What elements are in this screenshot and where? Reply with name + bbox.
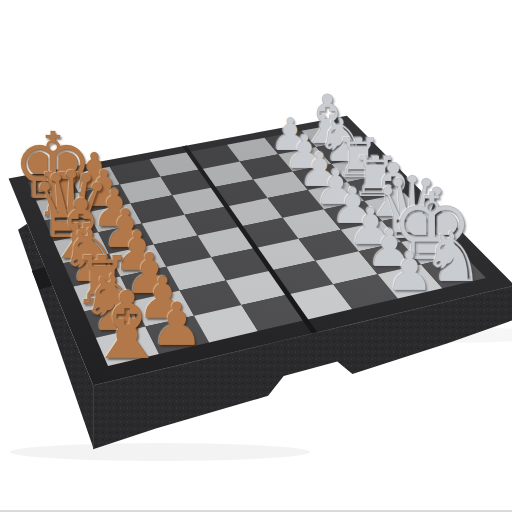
product-photo: ♚♜♛♝♞♜♞♝♟♟♟♟♟♟♟♟♟♟♟♟♟♟♟♟♝♞♜♜♝♛♚♞ [0,0,512,512]
chess-board [0,0,512,512]
ground-shadow [10,443,310,461]
